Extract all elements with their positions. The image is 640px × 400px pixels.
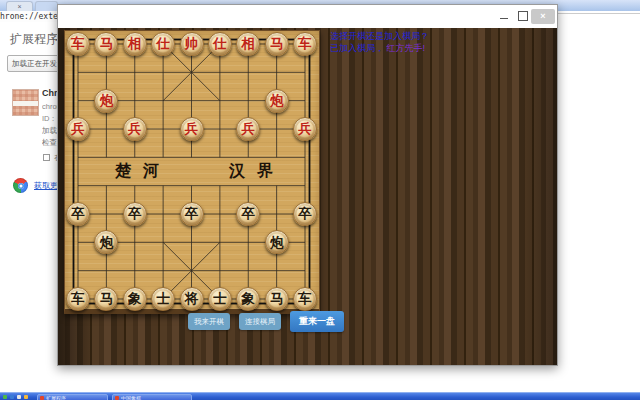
piece-士-r9c3[interactable]: 士	[151, 287, 175, 311]
piece-车-r9c0[interactable]: 车	[66, 287, 90, 311]
pieces-grid: 车马相仕帅仕相马车炮炮兵兵兵兵兵卒卒卒卒卒炮炮车马象士将士象马车	[64, 30, 319, 313]
toolbar-divider	[558, 13, 640, 14]
status-messages: 选择开棋还是加入棋局？ 已加入棋局， 红方先手!	[330, 30, 530, 54]
piece-兵-r3c8[interactable]: 兵	[293, 117, 317, 141]
minimize-button[interactable]	[499, 9, 509, 21]
piece-卒-r6c0[interactable]: 卒	[66, 202, 90, 226]
piece-马-r0c7[interactable]: 马	[265, 32, 289, 56]
browser-tab[interactable]: ×	[6, 1, 33, 11]
piece-仕-r0c3[interactable]: 仕	[151, 32, 175, 56]
piece-炮-r7c1[interactable]: 炮	[94, 230, 118, 254]
popup-content: 选择开棋还是加入棋局？ 已加入棋局， 红方先手!	[58, 28, 557, 365]
piece-卒-r6c6[interactable]: 卒	[236, 202, 260, 226]
piece-炮-r2c1[interactable]: 炮	[94, 89, 118, 113]
piece-兵-r3c4[interactable]: 兵	[180, 117, 204, 141]
piece-相-r0c6[interactable]: 相	[236, 32, 260, 56]
quicklaunch-icon[interactable]	[3, 395, 7, 399]
extension-icon	[12, 89, 39, 116]
taskbar: 扩展程序 中国象棋	[0, 392, 640, 400]
piece-卒-r6c8[interactable]: 卒	[293, 202, 317, 226]
piece-马-r9c7[interactable]: 马	[265, 287, 289, 311]
piece-马-r0c1[interactable]: 马	[94, 32, 118, 56]
piece-车-r0c8[interactable]: 车	[293, 32, 317, 56]
quicklaunch-icon[interactable]	[10, 395, 14, 399]
taskbar-button-extensions[interactable]: 扩展程序	[37, 394, 108, 400]
xiangqi-board: 楚河 汉界 车马相仕帅仕相马车炮炮兵兵兵兵兵卒卒卒卒卒炮炮车马象士将士象马车	[64, 30, 320, 314]
piece-卒-r6c4[interactable]: 卒	[180, 202, 204, 226]
close-icon[interactable]: ×	[531, 9, 555, 24]
quicklaunch-icon[interactable]	[24, 395, 28, 399]
piece-兵-r3c2[interactable]: 兵	[123, 117, 147, 141]
piece-象-r9c6[interactable]: 象	[236, 287, 260, 311]
piece-相-r0c2[interactable]: 相	[123, 32, 147, 56]
piece-士-r9c5[interactable]: 士	[208, 287, 232, 311]
incognito-checkbox[interactable]	[43, 154, 50, 161]
piece-车-r0c0[interactable]: 车	[66, 32, 90, 56]
status-line-2: 已加入棋局， 红方先手!	[330, 42, 530, 54]
start-game-button[interactable]: 我来开棋	[188, 313, 230, 330]
piece-将-r9c4[interactable]: 将	[180, 287, 204, 311]
taskbar-button-game[interactable]: 中国象棋	[112, 394, 192, 400]
taskbar-app-icon	[115, 396, 119, 400]
chrome-webstore-icon	[13, 178, 28, 193]
piece-兵-r3c0[interactable]: 兵	[66, 117, 90, 141]
status-line-1: 选择开棋还是加入棋局？	[330, 30, 530, 42]
piece-卒-r6c2[interactable]: 卒	[123, 202, 147, 226]
maximize-button[interactable]	[517, 9, 527, 21]
page-title: 扩展程序	[10, 31, 58, 48]
popup-titlebar: ×	[58, 5, 557, 28]
piece-马-r9c1[interactable]: 马	[94, 287, 118, 311]
piece-仕-r0c5[interactable]: 仕	[208, 32, 232, 56]
piece-帅-r0c4[interactable]: 帅	[180, 32, 204, 56]
game-button-row: 我来开棋 连接棋局 重来一盘	[188, 313, 344, 332]
piece-兵-r3c6[interactable]: 兵	[236, 117, 260, 141]
piece-象-r9c2[interactable]: 象	[123, 287, 147, 311]
piece-车-r9c8[interactable]: 车	[293, 287, 317, 311]
piece-炮-r2c7[interactable]: 炮	[265, 89, 289, 113]
quicklaunch-icon[interactable]	[17, 395, 21, 399]
load-unpacked-button[interactable]: 加载正在开发	[7, 55, 63, 72]
taskbar-app-icon	[40, 396, 44, 400]
xiangqi-popup-window: × 选择开棋还是加入棋局？ 已加入棋局， 红方先手!	[57, 4, 558, 366]
restart-game-button[interactable]: 重来一盘	[290, 311, 344, 332]
browser-tab-new[interactable]	[35, 1, 58, 11]
get-more-extensions-link[interactable]: 获取更	[34, 180, 58, 191]
connect-game-button[interactable]: 连接棋局	[239, 313, 281, 330]
piece-炮-r7c7[interactable]: 炮	[265, 230, 289, 254]
